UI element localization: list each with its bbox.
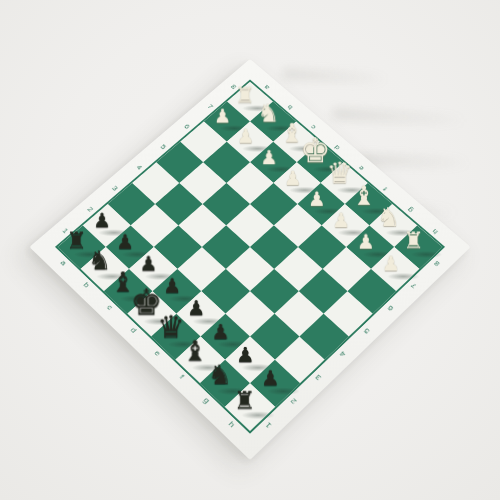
file-label-text: f [178,373,186,380]
border-corner [442,237,465,257]
file-label-text: h [227,420,236,429]
file-label-text: f [382,185,389,191]
piece-white-knight-g8[interactable]: ♞ [377,206,400,230]
piece-black-rook-h1[interactable]: ♜ [234,390,256,412]
file-label-text: a [263,83,271,90]
piece-black-knight-b1[interactable]: ♞ [88,249,112,273]
file-label-text: c [309,123,317,130]
piece-black-knight-g1[interactable]: ♞ [208,363,232,388]
file-label-text: e [357,164,366,172]
photo-canvas: { "game": "chess", "board_style": "green… [0,0,500,500]
file-label-text: h [431,227,440,235]
rank-label-text: 8 [433,259,442,267]
piece-black-pawn-c2[interactable]: ♟ [139,255,157,274]
rank-label-text: 7 [409,281,418,289]
piece-black-pawn-e2[interactable]: ♟ [187,299,205,318]
rank-label-text: 6 [386,304,395,312]
file-label-text: d [129,326,138,334]
file-label-text: d [333,143,341,150]
piece-white-pawn-h7[interactable]: ♟ [382,255,400,274]
piece-white-pawn-e7[interactable]: ♟ [308,190,326,208]
file-label-text: g [406,206,415,214]
piece-cast-shadow-streak [282,69,402,85]
piece-black-queen-e1[interactable]: ♛ [157,313,185,341]
piece-white-pawn-c7[interactable]: ♟ [260,148,277,166]
piece-black-pawn-a2[interactable]: ♟ [93,211,111,229]
piece-black-pawn-b2[interactable]: ♟ [116,233,134,251]
file-label-text: e [153,349,162,358]
piece-white-pawn-a7[interactable]: ♟ [214,108,231,126]
piece-black-bishop-f1[interactable]: ♝ [183,339,208,365]
piece-black-rook-a1[interactable]: ♜ [66,230,87,251]
file-label-text: g [202,396,211,405]
piece-white-pawn-b7[interactable]: ♟ [237,128,254,146]
piece-black-pawn-h2[interactable]: ♟ [261,369,280,388]
piece-black-pawn-d2[interactable]: ♟ [163,277,181,296]
piece-cast-shadow-streak [332,108,482,127]
photo-scene: abcdefgh8♜♞♝♚♛♝♞♜87♟♟♟♟♟♟♟♟7665544332♟♟♟… [0,0,500,500]
piece-white-pawn-d7[interactable]: ♟ [284,169,302,187]
piece-white-queen-e8[interactable]: ♛ [326,160,352,187]
piece-black-pawn-f2[interactable]: ♟ [211,322,229,341]
file-label-text: b [82,281,91,289]
rank-label-text: 3 [314,373,323,382]
piece-white-rook-h8[interactable]: ♜ [403,230,424,251]
file-label-text: c [105,304,114,312]
rank-label-text: 5 [362,326,371,334]
piece-white-knight-b8[interactable]: ♞ [257,103,279,126]
piece-black-pawn-g2[interactable]: ♟ [236,345,255,364]
file-label-text: b [286,103,294,110]
piece-white-pawn-f7[interactable]: ♟ [332,211,350,229]
rank-label-text: 2 [289,396,298,405]
piece-white-bishop-f8[interactable]: ♝ [352,184,376,209]
rank-label-text: 4 [338,349,347,358]
piece-white-pawn-g7[interactable]: ♟ [357,233,375,251]
piece-white-rook-a8[interactable]: ♜ [236,85,256,105]
rank-label-text: 1 [264,420,273,429]
file-label-text: a [59,259,68,267]
